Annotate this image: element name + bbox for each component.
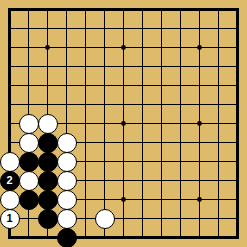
white-stone: [57, 171, 77, 191]
black-stone-move-2: 2: [0, 171, 20, 191]
white-stone: [0, 190, 20, 210]
white-stone: [57, 152, 77, 172]
black-stone: [57, 228, 77, 247]
go-board-diagram: 21: [0, 0, 247, 247]
white-stone: [57, 133, 77, 153]
black-stone: [38, 209, 58, 229]
white-stone: [19, 133, 39, 153]
black-stone: [38, 152, 58, 172]
white-stone: [38, 114, 58, 134]
black-stone: [38, 190, 58, 210]
white-stone: [19, 114, 39, 134]
black-stone: [19, 190, 39, 210]
white-stone: [57, 209, 77, 229]
white-stone-move-1: 1: [0, 209, 20, 229]
white-stone: [95, 209, 115, 229]
black-stone: [38, 133, 58, 153]
black-stone: [19, 152, 39, 172]
white-stone: [57, 190, 77, 210]
black-stone: [38, 171, 58, 191]
white-stone: [0, 152, 20, 172]
stone-layer: 21: [0, 0, 247, 247]
white-stone: [19, 171, 39, 191]
